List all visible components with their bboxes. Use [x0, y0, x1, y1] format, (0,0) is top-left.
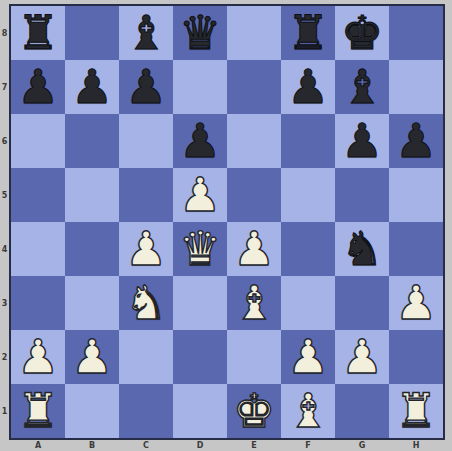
piece-black-queen[interactable]: ♛ [179, 6, 221, 60]
square-d6[interactable]: ♟ [173, 114, 227, 168]
square-d4[interactable]: ♛ [173, 222, 227, 276]
square-h8[interactable] [389, 6, 443, 60]
rank-label-6: 6 [0, 114, 9, 168]
square-e6[interactable] [227, 114, 281, 168]
square-e3[interactable]: ♝ [227, 276, 281, 330]
square-d2[interactable] [173, 330, 227, 384]
chess-board-window: 87654321 ♜♝♛♜♚♟♟♟♟♝♟♟♟♟♟♛♟♞♞♝♟♟♟♟♟♜♚♝♜ A… [0, 0, 452, 451]
square-a3[interactable] [11, 276, 65, 330]
square-c1[interactable] [119, 384, 173, 438]
piece-white-rook[interactable]: ♜ [17, 384, 59, 438]
rank-label-4: 4 [0, 222, 9, 276]
piece-white-pawn[interactable]: ♟ [125, 222, 167, 276]
file-label-g: G [335, 439, 389, 451]
piece-black-bishop[interactable]: ♝ [125, 6, 167, 60]
square-g6[interactable]: ♟ [335, 114, 389, 168]
square-f6[interactable] [281, 114, 335, 168]
square-e4[interactable]: ♟ [227, 222, 281, 276]
piece-white-pawn[interactable]: ♟ [395, 276, 437, 330]
square-a7[interactable]: ♟ [11, 60, 65, 114]
square-f8[interactable]: ♜ [281, 6, 335, 60]
file-label-b: B [65, 439, 119, 451]
piece-black-bishop[interactable]: ♝ [341, 60, 383, 114]
piece-white-bishop[interactable]: ♝ [233, 276, 275, 330]
piece-black-pawn[interactable]: ♟ [287, 60, 329, 114]
square-d5[interactable]: ♟ [173, 168, 227, 222]
square-b4[interactable] [65, 222, 119, 276]
piece-black-pawn[interactable]: ♟ [125, 60, 167, 114]
square-c7[interactable]: ♟ [119, 60, 173, 114]
piece-white-pawn[interactable]: ♟ [71, 330, 113, 384]
rank-labels: 87654321 [0, 6, 9, 438]
piece-white-pawn[interactable]: ♟ [341, 330, 383, 384]
file-label-e: E [227, 439, 281, 451]
piece-white-king[interactable]: ♚ [233, 384, 275, 438]
piece-black-pawn[interactable]: ♟ [395, 114, 437, 168]
rank-label-3: 3 [0, 276, 9, 330]
square-e1[interactable]: ♚ [227, 384, 281, 438]
square-b5[interactable] [65, 168, 119, 222]
square-g8[interactable]: ♚ [335, 6, 389, 60]
square-g7[interactable]: ♝ [335, 60, 389, 114]
piece-black-pawn[interactable]: ♟ [17, 60, 59, 114]
square-c5[interactable] [119, 168, 173, 222]
square-e5[interactable] [227, 168, 281, 222]
square-d8[interactable]: ♛ [173, 6, 227, 60]
rank-label-1: 1 [0, 384, 9, 438]
square-b6[interactable] [65, 114, 119, 168]
file-label-f: F [281, 439, 335, 451]
square-f3[interactable] [281, 276, 335, 330]
square-h1[interactable]: ♜ [389, 384, 443, 438]
piece-black-rook[interactable]: ♜ [17, 6, 59, 60]
square-a6[interactable] [11, 114, 65, 168]
square-g3[interactable] [335, 276, 389, 330]
piece-white-rook[interactable]: ♜ [395, 384, 437, 438]
square-c6[interactable] [119, 114, 173, 168]
square-b7[interactable]: ♟ [65, 60, 119, 114]
square-h2[interactable] [389, 330, 443, 384]
square-f2[interactable]: ♟ [281, 330, 335, 384]
file-label-d: D [173, 439, 227, 451]
square-d1[interactable] [173, 384, 227, 438]
square-c8[interactable]: ♝ [119, 6, 173, 60]
piece-white-bishop[interactable]: ♝ [287, 384, 329, 438]
rank-label-2: 2 [0, 330, 9, 384]
square-c4[interactable]: ♟ [119, 222, 173, 276]
rank-label-8: 8 [0, 6, 9, 60]
piece-white-knight[interactable]: ♞ [125, 276, 167, 330]
piece-white-pawn[interactable]: ♟ [179, 168, 221, 222]
square-h4[interactable] [389, 222, 443, 276]
piece-black-pawn[interactable]: ♟ [179, 114, 221, 168]
square-f4[interactable] [281, 222, 335, 276]
square-c2[interactable] [119, 330, 173, 384]
square-b8[interactable] [65, 6, 119, 60]
piece-black-rook[interactable]: ♜ [287, 6, 329, 60]
rank-label-5: 5 [0, 168, 9, 222]
square-a8[interactable]: ♜ [11, 6, 65, 60]
square-a5[interactable] [11, 168, 65, 222]
piece-white-pawn[interactable]: ♟ [233, 222, 275, 276]
file-label-h: H [389, 439, 443, 451]
square-g1[interactable] [335, 384, 389, 438]
piece-black-pawn[interactable]: ♟ [341, 114, 383, 168]
file-labels: ABCDEFGH [11, 439, 443, 451]
square-f5[interactable] [281, 168, 335, 222]
square-d7[interactable] [173, 60, 227, 114]
piece-white-pawn[interactable]: ♟ [287, 330, 329, 384]
square-b2[interactable]: ♟ [65, 330, 119, 384]
square-a2[interactable]: ♟ [11, 330, 65, 384]
square-g4[interactable]: ♞ [335, 222, 389, 276]
rank-label-7: 7 [0, 60, 9, 114]
square-h5[interactable] [389, 168, 443, 222]
piece-black-knight[interactable]: ♞ [341, 222, 383, 276]
square-e7[interactable] [227, 60, 281, 114]
square-h6[interactable]: ♟ [389, 114, 443, 168]
file-label-c: C [119, 439, 173, 451]
square-h7[interactable] [389, 60, 443, 114]
square-g2[interactable]: ♟ [335, 330, 389, 384]
square-b3[interactable] [65, 276, 119, 330]
piece-white-queen[interactable]: ♛ [179, 222, 221, 276]
square-a4[interactable] [11, 222, 65, 276]
square-a1[interactable]: ♜ [11, 384, 65, 438]
piece-black-king[interactable]: ♚ [341, 6, 383, 60]
square-f1[interactable]: ♝ [281, 384, 335, 438]
file-label-a: A [11, 439, 65, 451]
square-b1[interactable] [65, 384, 119, 438]
square-e8[interactable] [227, 6, 281, 60]
square-c3[interactable]: ♞ [119, 276, 173, 330]
chess-board: ♜♝♛♜♚♟♟♟♟♝♟♟♟♟♟♛♟♞♞♝♟♟♟♟♟♜♚♝♜ [9, 4, 445, 440]
square-e2[interactable] [227, 330, 281, 384]
piece-white-pawn[interactable]: ♟ [17, 330, 59, 384]
square-d3[interactable] [173, 276, 227, 330]
square-g5[interactable] [335, 168, 389, 222]
piece-black-pawn[interactable]: ♟ [71, 60, 113, 114]
square-f7[interactable]: ♟ [281, 60, 335, 114]
square-h3[interactable]: ♟ [389, 276, 443, 330]
